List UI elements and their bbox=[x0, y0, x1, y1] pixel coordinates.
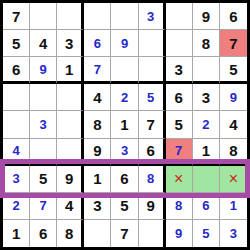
sudoku-cell-r1c9[interactable]: 6 bbox=[220, 3, 247, 30]
given-digit: 3 bbox=[93, 197, 101, 214]
sudoku-cell-r9c1[interactable]: 1 bbox=[3, 220, 30, 247]
given-digit: 9 bbox=[202, 8, 210, 25]
given-digit: 1 bbox=[93, 170, 101, 187]
given-digit: 5 bbox=[175, 116, 183, 133]
given-digit: 5 bbox=[39, 170, 47, 187]
sudoku-cell-r5c9[interactable]: 4 bbox=[220, 111, 247, 138]
given-digit: 6 bbox=[12, 61, 20, 78]
given-digit: 5 bbox=[229, 61, 237, 78]
given-digit: 8 bbox=[65, 225, 73, 242]
entered-digit: 8 bbox=[175, 198, 182, 213]
sudoku-cell-r4c9[interactable]: 9 bbox=[220, 84, 247, 111]
sudoku-cell-r7c7[interactable]: × bbox=[166, 166, 193, 193]
entered-digit: 1 bbox=[230, 198, 237, 213]
sudoku-cell-r3c6[interactable] bbox=[139, 57, 166, 84]
sudoku-cell-r6c2[interactable] bbox=[30, 139, 57, 166]
sudoku-cell-r8c7[interactable]: 8 bbox=[166, 193, 193, 220]
sudoku-board: 7396543698769173542563938175244936718359… bbox=[0, 0, 250, 250]
given-digit: 3 bbox=[65, 35, 73, 52]
sudoku-cell-r6c1[interactable]: 4 bbox=[3, 139, 30, 166]
sudoku-cell-r2c8[interactable]: 8 bbox=[193, 30, 220, 57]
sudoku-cell-r1c3[interactable] bbox=[57, 3, 84, 30]
given-digit: 1 bbox=[120, 116, 128, 133]
sudoku-cell-r6c7[interactable]: 7 bbox=[166, 139, 193, 166]
sudoku-cell-r3c8[interactable] bbox=[193, 57, 220, 84]
sudoku-cell-r9c7[interactable]: 9 bbox=[166, 220, 193, 247]
given-digit: 1 bbox=[202, 142, 210, 159]
sudoku-cell-r5c6[interactable]: 7 bbox=[139, 111, 166, 138]
sudoku-cell-r3c5[interactable] bbox=[111, 57, 138, 84]
given-digit: 6 bbox=[175, 89, 183, 106]
sudoku-cell-r1c4[interactable] bbox=[84, 3, 111, 30]
entered-digit: 5 bbox=[147, 90, 154, 105]
sudoku-cell-r3c4[interactable]: 7 bbox=[84, 57, 111, 84]
sudoku-cell-r2c4[interactable]: 6 bbox=[84, 30, 111, 57]
sudoku-cell-r8c8[interactable]: 6 bbox=[193, 193, 220, 220]
entered-digit: 7 bbox=[94, 62, 101, 77]
sudoku-cell-r5c5[interactable]: 1 bbox=[111, 111, 138, 138]
sudoku-cell-r2c5[interactable]: 9 bbox=[111, 30, 138, 57]
sudoku-cell-r2c6[interactable] bbox=[139, 30, 166, 57]
entered-digit: 8 bbox=[147, 171, 154, 186]
sudoku-cell-r3c2[interactable]: 9 bbox=[30, 57, 57, 84]
entered-digit: 5 bbox=[202, 226, 209, 241]
sudoku-cell-r4c6[interactable]: 5 bbox=[139, 84, 166, 111]
sudoku-cell-r7c1[interactable]: 3 bbox=[3, 166, 30, 193]
sudoku-cell-r2c3[interactable]: 3 bbox=[57, 30, 84, 57]
sudoku-cell-r9c6[interactable] bbox=[139, 220, 166, 247]
entered-digit: 2 bbox=[12, 198, 19, 213]
given-digit: 9 bbox=[65, 170, 73, 187]
given-digit: 6 bbox=[229, 8, 237, 25]
cross-mark: × bbox=[174, 171, 183, 187]
entered-digit: 3 bbox=[12, 171, 19, 186]
sudoku-cell-r1c8[interactable]: 9 bbox=[193, 3, 220, 30]
sudoku-cell-r8c3[interactable]: 4 bbox=[57, 193, 84, 220]
sudoku-cell-r6c9[interactable]: 8 bbox=[220, 139, 247, 166]
sudoku-cell-r6c8[interactable]: 1 bbox=[193, 139, 220, 166]
sudoku-cell-r2c7[interactable] bbox=[166, 30, 193, 57]
cross-mark: × bbox=[229, 171, 238, 187]
sudoku-cell-r3c7[interactable]: 3 bbox=[166, 57, 193, 84]
entered-digit: 2 bbox=[202, 117, 209, 132]
sudoku-cell-r7c5[interactable]: 6 bbox=[111, 166, 138, 193]
sudoku-cell-r8c9[interactable]: 1 bbox=[220, 193, 247, 220]
entered-digit: 9 bbox=[40, 62, 47, 77]
sudoku-cell-r4c2[interactable] bbox=[30, 84, 57, 111]
given-digit: 7 bbox=[146, 116, 154, 133]
sudoku-cell-r5c7[interactable]: 5 bbox=[166, 111, 193, 138]
entered-digit: 3 bbox=[121, 143, 128, 158]
sudoku-cell-r7c8[interactable] bbox=[193, 166, 220, 193]
sudoku-cell-r6c4[interactable]: 9 bbox=[84, 139, 111, 166]
sudoku-cell-r3c3[interactable]: 1 bbox=[57, 57, 84, 84]
sudoku-cell-r5c8[interactable]: 2 bbox=[193, 111, 220, 138]
sudoku-cell-r1c5[interactable] bbox=[111, 3, 138, 30]
sudoku-cell-r8c6[interactable]: 9 bbox=[139, 193, 166, 220]
given-digit: 6 bbox=[39, 225, 47, 242]
sudoku-cell-r6c6[interactable]: 6 bbox=[139, 139, 166, 166]
sudoku-cell-r2c1[interactable]: 5 bbox=[3, 30, 30, 57]
given-digit: 1 bbox=[65, 61, 73, 78]
sudoku-cell-r3c9[interactable]: 5 bbox=[220, 57, 247, 84]
given-digit: 3 bbox=[175, 61, 183, 78]
sudoku-cell-r7c2[interactable]: 5 bbox=[30, 166, 57, 193]
sudoku-cell-r5c2[interactable]: 3 bbox=[30, 111, 57, 138]
sudoku-cell-r4c4[interactable]: 4 bbox=[84, 84, 111, 111]
sudoku-cell-r3c1[interactable]: 6 bbox=[3, 57, 30, 84]
sudoku-cell-r8c1[interactable]: 2 bbox=[3, 193, 30, 220]
given-digit: 6 bbox=[146, 142, 154, 159]
entered-digit: 6 bbox=[94, 36, 101, 51]
sudoku-cell-r7c9[interactable]: × bbox=[220, 166, 247, 193]
given-digit: 9 bbox=[93, 142, 101, 159]
sudoku-cell-r2c2[interactable]: 4 bbox=[30, 30, 57, 57]
given-digit: 8 bbox=[202, 35, 210, 52]
sudoku-cell-r9c4[interactable] bbox=[84, 220, 111, 247]
sudoku-cell-r5c3[interactable] bbox=[57, 111, 84, 138]
entered-digit: 2 bbox=[121, 90, 128, 105]
sudoku-cell-r9c3[interactable]: 8 bbox=[57, 220, 84, 247]
sudoku-cell-r6c5[interactable]: 3 bbox=[111, 139, 138, 166]
entered-digit: 7 bbox=[40, 198, 47, 213]
entered-digit: 7 bbox=[175, 143, 182, 158]
sudoku-cell-r6c3[interactable] bbox=[57, 139, 84, 166]
given-digit: 9 bbox=[146, 197, 154, 214]
sudoku-grid: 7396543698769173542563938175244936718359… bbox=[3, 3, 247, 247]
sudoku-cell-r9c9[interactable]: 3 bbox=[220, 220, 247, 247]
sudoku-cell-r4c3[interactable] bbox=[57, 84, 84, 111]
entered-digit: 9 bbox=[121, 36, 128, 51]
sudoku-cell-r4c1[interactable] bbox=[3, 84, 30, 111]
sudoku-cell-r7c3[interactable]: 9 bbox=[57, 166, 84, 193]
sudoku-cell-r1c6[interactable]: 3 bbox=[139, 3, 166, 30]
given-digit: 5 bbox=[12, 35, 20, 52]
sudoku-cell-r9c8[interactable]: 5 bbox=[193, 220, 220, 247]
sudoku-cell-r7c6[interactable]: 8 bbox=[139, 166, 166, 193]
sudoku-cell-r9c2[interactable]: 6 bbox=[30, 220, 57, 247]
entered-digit: 3 bbox=[40, 117, 47, 132]
given-digit: 7 bbox=[120, 225, 128, 242]
given-digit: 8 bbox=[229, 142, 237, 159]
sudoku-cell-r7c4[interactable]: 1 bbox=[84, 166, 111, 193]
sudoku-cell-r2c9[interactable]: 7 bbox=[220, 30, 247, 57]
entered-digit: 3 bbox=[147, 9, 154, 24]
sudoku-cell-r5c1[interactable] bbox=[3, 111, 30, 138]
entered-digit: 9 bbox=[175, 226, 182, 241]
given-digit: 7 bbox=[12, 8, 20, 25]
given-digit: 6 bbox=[120, 170, 128, 187]
entered-digit: 3 bbox=[230, 226, 237, 241]
sudoku-cell-r8c5[interactable]: 5 bbox=[111, 193, 138, 220]
sudoku-cell-r8c2[interactable]: 7 bbox=[30, 193, 57, 220]
sudoku-cell-r4c8[interactable]: 3 bbox=[193, 84, 220, 111]
sudoku-cell-r4c7[interactable]: 6 bbox=[166, 84, 193, 111]
sudoku-cell-r4c5[interactable]: 2 bbox=[111, 84, 138, 111]
given-digit: 4 bbox=[93, 89, 101, 106]
given-digit: 4 bbox=[39, 35, 47, 52]
sudoku-cell-r9c5[interactable]: 7 bbox=[111, 220, 138, 247]
sudoku-cell-r1c1[interactable]: 7 bbox=[3, 3, 30, 30]
entered-digit: 4 bbox=[12, 143, 19, 158]
given-digit: 4 bbox=[229, 116, 237, 133]
given-digit: 7 bbox=[229, 35, 237, 52]
given-digit: 4 bbox=[65, 197, 73, 214]
given-digit: 5 bbox=[120, 197, 128, 214]
entered-digit: 6 bbox=[202, 198, 209, 213]
sudoku-cell-r1c7[interactable] bbox=[166, 3, 193, 30]
given-digit: 1 bbox=[12, 225, 20, 242]
given-digit: 8 bbox=[93, 116, 101, 133]
sudoku-cell-r1c2[interactable] bbox=[30, 3, 57, 30]
given-digit: 3 bbox=[202, 89, 210, 106]
sudoku-cell-r5c4[interactable]: 8 bbox=[84, 111, 111, 138]
sudoku-cell-r8c4[interactable]: 3 bbox=[84, 193, 111, 220]
entered-digit: 9 bbox=[230, 90, 237, 105]
